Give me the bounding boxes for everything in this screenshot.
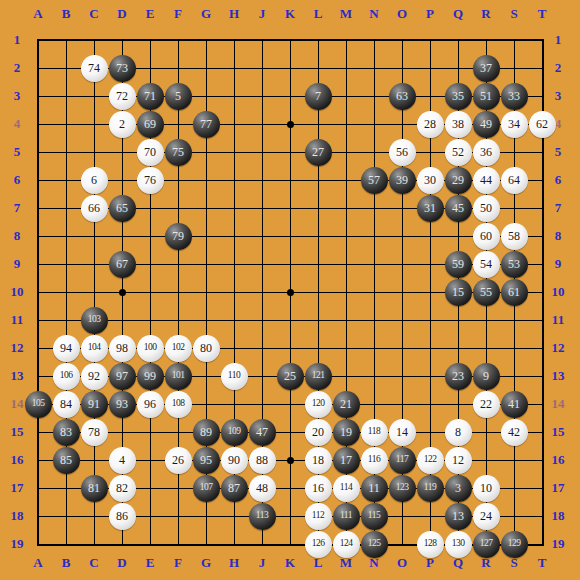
stone-black-31-P7[interactable]: 31 [417, 195, 444, 222]
stone-white-80-G12[interactable]: 80 [193, 335, 220, 362]
stone-white-120-L14[interactable]: 120 [305, 391, 332, 418]
stone-white-26-F16[interactable]: 26 [165, 447, 192, 474]
stone-white-98-D12[interactable]: 98 [109, 335, 136, 362]
star-point-K16 [287, 457, 294, 464]
stone-white-100-E12[interactable]: 100 [137, 335, 164, 362]
stone-white-56-O5[interactable]: 56 [389, 139, 416, 166]
stone-black-63-O3[interactable]: 63 [389, 83, 416, 110]
column-label-C: C [80, 3, 108, 25]
stone-black-119-P17[interactable]: 119 [417, 475, 444, 502]
column-label-P: P [416, 3, 444, 25]
stone-white-108-F14[interactable]: 108 [165, 391, 192, 418]
column-label-K: K [276, 3, 304, 25]
stone-white-74-C2[interactable]: 74 [81, 55, 108, 82]
column-label-L: L [304, 3, 332, 25]
stone-black-89-G15[interactable]: 89 [193, 419, 220, 446]
stone-black-33-S3[interactable]: 33 [501, 83, 528, 110]
stone-black-121-L13[interactable]: 121 [305, 363, 332, 390]
stone-black-57-N6[interactable]: 57 [361, 167, 388, 194]
stone-white-6-C6[interactable]: 6 [81, 167, 108, 194]
go-board-screen: ABCDEFGHJKLMNOPQRST ABCDEFGHJKLMNOPQRST … [0, 0, 580, 580]
column-label-O: O [388, 3, 416, 25]
stone-black-99-E13[interactable]: 99 [137, 363, 164, 390]
stone-white-16-L17[interactable]: 16 [305, 475, 332, 502]
stone-white-58-S8[interactable]: 58 [501, 223, 528, 250]
stone-black-77-G4[interactable]: 77 [193, 111, 220, 138]
stone-white-42-S15[interactable]: 42 [501, 419, 528, 446]
stone-white-60-R8[interactable]: 60 [473, 223, 500, 250]
stone-black-87-H17[interactable]: 87 [221, 475, 248, 502]
stone-white-112-L18[interactable]: 112 [305, 503, 332, 530]
stone-white-2-D4[interactable]: 2 [109, 111, 136, 138]
stone-white-96-E14[interactable]: 96 [137, 391, 164, 418]
stone-white-44-R6[interactable]: 44 [473, 167, 500, 194]
stone-white-28-P4[interactable]: 28 [417, 111, 444, 138]
stone-black-45-Q7[interactable]: 45 [445, 195, 472, 222]
stone-white-14-O15[interactable]: 14 [389, 419, 416, 446]
stone-black-41-S14[interactable]: 41 [501, 391, 528, 418]
stone-white-106-B13[interactable]: 106 [53, 363, 80, 390]
stone-white-72-D3[interactable]: 72 [109, 83, 136, 110]
star-point-D10 [119, 289, 126, 296]
stone-black-117-O16[interactable]: 117 [389, 447, 416, 474]
column-label-S: S [500, 3, 528, 25]
stone-black-47-J15[interactable]: 47 [249, 419, 276, 446]
stone-black-103-C11[interactable]: 103 [81, 307, 108, 334]
stone-black-21-M14[interactable]: 21 [333, 391, 360, 418]
stone-white-92-C13[interactable]: 92 [81, 363, 108, 390]
column-label-D: D [108, 3, 136, 25]
stone-white-20-L15[interactable]: 20 [305, 419, 332, 446]
stone-white-126-L19[interactable]: 126 [305, 531, 332, 558]
stone-black-53-S9[interactable]: 53 [501, 251, 528, 278]
stone-black-129-S19[interactable]: 129 [501, 531, 528, 558]
stone-white-48-J17[interactable]: 48 [249, 475, 276, 502]
column-label-G: G [192, 3, 220, 25]
stone-white-102-F12[interactable]: 102 [165, 335, 192, 362]
stone-black-113-J18[interactable]: 113 [249, 503, 276, 530]
column-labels-top: ABCDEFGHJKLMNOPQRST [24, 3, 556, 25]
column-label-F: F [164, 3, 192, 25]
stone-white-36-R5[interactable]: 36 [473, 139, 500, 166]
stone-black-49-R4[interactable]: 49 [473, 111, 500, 138]
stone-white-84-B14[interactable]: 84 [53, 391, 80, 418]
column-label-J: J [248, 3, 276, 25]
stone-white-118-N15[interactable]: 118 [361, 419, 388, 446]
stone-white-70-E5[interactable]: 70 [137, 139, 164, 166]
stone-black-35-Q3[interactable]: 35 [445, 83, 472, 110]
stone-black-111-M18[interactable]: 111 [333, 503, 360, 530]
stone-white-54-R9[interactable]: 54 [473, 251, 500, 278]
stone-black-25-K13[interactable]: 25 [277, 363, 304, 390]
stone-black-39-O6[interactable]: 39 [389, 167, 416, 194]
column-label-M: M [332, 3, 360, 25]
stone-black-67-D9[interactable]: 67 [109, 251, 136, 278]
column-label-N: N [360, 3, 388, 25]
column-label-B: B [52, 3, 80, 25]
stone-black-13-Q18[interactable]: 13 [445, 503, 472, 530]
go-board[interactable]: 2345678910111213141516171819202122232425… [24, 26, 556, 558]
stone-white-12-Q16[interactable]: 12 [445, 447, 472, 474]
column-label-R: R [472, 3, 500, 25]
stone-white-128-P19[interactable]: 128 [417, 531, 444, 558]
stone-white-66-C7[interactable]: 66 [81, 195, 108, 222]
column-label-E: E [136, 3, 164, 25]
stone-white-50-R7[interactable]: 50 [473, 195, 500, 222]
stone-white-4-D16[interactable]: 4 [109, 447, 136, 474]
stone-black-101-F13[interactable]: 101 [165, 363, 192, 390]
stone-black-105-A14[interactable]: 105 [25, 391, 52, 418]
stone-white-116-N16[interactable]: 116 [361, 447, 388, 474]
stone-white-86-D18[interactable]: 86 [109, 503, 136, 530]
stone-white-90-H16[interactable]: 90 [221, 447, 248, 474]
stone-white-38-Q4[interactable]: 38 [445, 111, 472, 138]
stone-black-55-R10[interactable]: 55 [473, 279, 500, 306]
stone-black-127-R19[interactable]: 127 [473, 531, 500, 558]
stone-black-19-M15[interactable]: 19 [333, 419, 360, 446]
stone-black-3-Q17[interactable]: 3 [445, 475, 472, 502]
stone-black-95-G16[interactable]: 95 [193, 447, 220, 474]
column-label-T: T [528, 3, 556, 25]
stone-black-61-S10[interactable]: 61 [501, 279, 528, 306]
stone-black-73-D2[interactable]: 73 [109, 55, 136, 82]
stone-white-22-R14[interactable]: 22 [473, 391, 500, 418]
stone-black-17-M16[interactable]: 17 [333, 447, 360, 474]
stone-black-123-O17[interactable]: 123 [389, 475, 416, 502]
stone-black-7-L3[interactable]: 7 [305, 83, 332, 110]
stone-white-114-M17[interactable]: 114 [333, 475, 360, 502]
stone-white-8-Q15[interactable]: 8 [445, 419, 472, 446]
stone-black-83-B15[interactable]: 83 [53, 419, 80, 446]
stone-black-79-F8[interactable]: 79 [165, 223, 192, 250]
stone-black-51-R3[interactable]: 51 [473, 83, 500, 110]
stone-white-18-L16[interactable]: 18 [305, 447, 332, 474]
column-label-A: A [24, 3, 52, 25]
stone-black-11-N17[interactable]: 11 [361, 475, 388, 502]
stone-white-30-P6[interactable]: 30 [417, 167, 444, 194]
column-label-Q: Q [444, 3, 472, 25]
stone-white-82-D17[interactable]: 82 [109, 475, 136, 502]
stone-black-115-N18[interactable]: 115 [361, 503, 388, 530]
column-label-H: H [220, 3, 248, 25]
stone-white-110-H13[interactable]: 110 [221, 363, 248, 390]
stone-black-29-Q6[interactable]: 29 [445, 167, 472, 194]
stone-white-24-R18[interactable]: 24 [473, 503, 500, 530]
stone-black-65-D7[interactable]: 65 [109, 195, 136, 222]
stone-black-109-H15[interactable]: 109 [221, 419, 248, 446]
stone-black-125-N19[interactable]: 125 [361, 531, 388, 558]
stone-white-78-C15[interactable]: 78 [81, 419, 108, 446]
stone-white-10-R17[interactable]: 10 [473, 475, 500, 502]
stone-white-122-P16[interactable]: 122 [417, 447, 444, 474]
stone-black-85-B16[interactable]: 85 [53, 447, 80, 474]
stone-white-94-B12[interactable]: 94 [53, 335, 80, 362]
stone-white-62-T4[interactable]: 62 [529, 111, 556, 138]
stone-black-75-F5[interactable]: 75 [165, 139, 192, 166]
stone-black-37-R2[interactable]: 37 [473, 55, 500, 82]
stone-white-34-S4[interactable]: 34 [501, 111, 528, 138]
stone-black-71-E3[interactable]: 71 [137, 83, 164, 110]
stone-white-52-Q5[interactable]: 52 [445, 139, 472, 166]
stone-black-91-C14[interactable]: 91 [81, 391, 108, 418]
stone-black-59-Q9[interactable]: 59 [445, 251, 472, 278]
stone-black-97-D13[interactable]: 97 [109, 363, 136, 390]
stone-white-124-M19[interactable]: 124 [333, 531, 360, 558]
stone-black-69-E4[interactable]: 69 [137, 111, 164, 138]
stone-black-81-C17[interactable]: 81 [81, 475, 108, 502]
stone-white-130-Q19[interactable]: 130 [445, 531, 472, 558]
stone-black-15-Q10[interactable]: 15 [445, 279, 472, 306]
star-point-K10 [287, 289, 294, 296]
stone-black-9-R13[interactable]: 9 [473, 363, 500, 390]
stone-black-5-F3[interactable]: 5 [165, 83, 192, 110]
stone-black-23-Q13[interactable]: 23 [445, 363, 472, 390]
stone-white-88-J16[interactable]: 88 [249, 447, 276, 474]
star-point-K4 [287, 121, 294, 128]
stone-white-76-E6[interactable]: 76 [137, 167, 164, 194]
stone-black-27-L5[interactable]: 27 [305, 139, 332, 166]
stone-white-104-C12[interactable]: 104 [81, 335, 108, 362]
stone-black-107-G17[interactable]: 107 [193, 475, 220, 502]
stone-black-93-D14[interactable]: 93 [109, 391, 136, 418]
stone-white-64-S6[interactable]: 64 [501, 167, 528, 194]
